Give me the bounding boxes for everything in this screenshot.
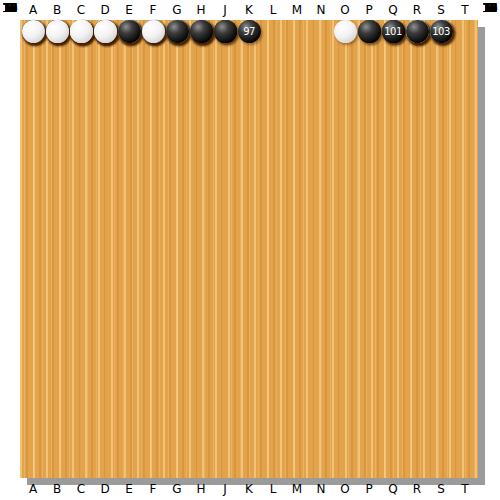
goban[interactable]: 999810110410010597102103 — [20, 20, 478, 478]
coord-letter-top: C — [69, 2, 93, 18]
coord-number-left: 1 — [0, 0, 20, 16]
coord-letter-bottom: F — [141, 481, 165, 497]
coord-letter-bottom: D — [93, 481, 117, 497]
coord-letter-bottom: G — [165, 481, 189, 497]
white-stone-A9[interactable] — [22, 20, 45, 43]
black-stone-J11[interactable] — [214, 20, 237, 43]
coord-letter-top: F — [141, 2, 165, 18]
coord-letter-top: P — [357, 2, 381, 18]
coord-letter-top: Q — [381, 2, 405, 18]
coord-letter-bottom: O — [333, 481, 357, 497]
coord-letter-bottom: S — [429, 481, 453, 497]
coord-letter-top: S — [429, 2, 453, 18]
move-number: 97 — [243, 27, 255, 37]
white-stone-C6[interactable] — [70, 20, 93, 43]
coord-letter-top: R — [405, 2, 429, 18]
coord-letter-top: L — [261, 2, 285, 18]
coord-letter-top: G — [165, 2, 189, 18]
coord-letter-top: E — [117, 2, 141, 18]
coord-letter-top: A — [21, 2, 45, 18]
black-stone-G9[interactable] — [166, 20, 189, 43]
coord-letter-bottom: L — [261, 481, 285, 497]
black-stone-S3[interactable]: 103 — [430, 20, 453, 43]
move-number: 101 — [384, 27, 402, 37]
coord-letter-bottom: R — [405, 481, 429, 497]
coord-letter-bottom: N — [309, 481, 333, 497]
coord-letter-bottom: B — [45, 481, 69, 497]
white-stone-B7[interactable] — [46, 20, 69, 43]
white-stone-O17[interactable] — [334, 20, 357, 43]
coord-letter-bottom: H — [189, 481, 213, 497]
coord-letter-top: K — [237, 2, 261, 18]
white-stone-F3[interactable] — [142, 20, 165, 43]
coord-letter-bottom: C — [69, 481, 93, 497]
black-stone-E7[interactable] — [118, 20, 141, 43]
coord-letter-top: M — [285, 2, 309, 18]
coord-letter-bottom: T — [453, 481, 477, 497]
white-stone-D4[interactable] — [94, 20, 117, 43]
coord-letter-top: H — [189, 2, 213, 18]
black-stone-Q8[interactable]: 101 — [382, 20, 405, 43]
black-stone-K4[interactable]: 97 — [238, 20, 261, 43]
move-number: 103 — [432, 27, 450, 37]
coord-letter-top: B — [45, 2, 69, 18]
go-diagram: 999810110410010597102103 AABBCCDDEEFFGGH… — [0, 0, 500, 500]
black-stone-R4[interactable] — [406, 20, 429, 43]
coord-letter-bottom: E — [117, 481, 141, 497]
coord-letter-top: O — [333, 2, 357, 18]
coord-letter-top: D — [93, 2, 117, 18]
coord-letter-bottom: J — [213, 481, 237, 497]
coord-letter-bottom: K — [237, 481, 261, 497]
coord-letter-top: N — [309, 2, 333, 18]
black-stone-P4[interactable] — [358, 20, 381, 43]
coord-letter-bottom: A — [21, 481, 45, 497]
black-stone-H9[interactable] — [190, 20, 213, 43]
coord-letter-bottom: Q — [381, 481, 405, 497]
coord-letter-bottom: M — [285, 481, 309, 497]
coord-letter-top: J — [213, 2, 237, 18]
coord-letter-top: T — [453, 2, 477, 18]
coord-number-right: 1 — [480, 0, 500, 16]
coord-letter-bottom: P — [357, 481, 381, 497]
